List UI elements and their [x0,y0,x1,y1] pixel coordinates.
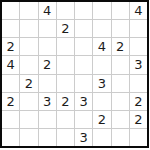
cell-r3c6[interactable]: 4 [93,38,110,55]
cell-r4c1[interactable]: 4 [2,56,19,73]
cell-r5c3[interactable] [39,75,56,92]
cell-r7c2[interactable] [20,111,37,128]
cell-r2c7[interactable] [112,20,129,37]
cell-r1c2[interactable] [20,2,37,19]
cell-r2c6[interactable] [93,20,110,37]
cell-r2c5[interactable] [75,20,92,37]
cell-r2c3[interactable] [39,20,56,37]
cell-r3c4[interactable] [57,38,74,55]
cell-r7c4[interactable] [57,111,74,128]
cell-r6c3[interactable]: 3 [39,93,56,110]
cell-r5c4[interactable] [57,75,74,92]
cell-r4c3[interactable]: 2 [39,56,56,73]
cell-r4c4[interactable] [57,56,74,73]
cell-r2c2[interactable] [20,20,37,37]
cell-r2c1[interactable] [2,20,19,37]
cell-r4c8[interactable]: 3 [130,56,147,73]
cell-r7c8[interactable]: 2 [130,111,147,128]
cell-r6c1[interactable]: 2 [2,93,19,110]
cell-r3c1[interactable]: 2 [2,38,19,55]
cell-r3c5[interactable] [75,38,92,55]
cell-r6c8[interactable]: 2 [130,93,147,110]
cell-r8c3[interactable] [39,129,56,146]
cell-r3c2[interactable] [20,38,37,55]
cell-r1c8[interactable]: 4 [130,2,147,19]
cell-r1c5[interactable] [75,2,92,19]
cell-r8c7[interactable] [112,129,129,146]
cell-r5c1[interactable] [2,75,19,92]
cell-r6c5[interactable]: 3 [75,93,92,110]
cell-r4c7[interactable] [112,56,129,73]
cell-r3c7[interactable]: 2 [112,38,129,55]
cell-r6c4[interactable]: 2 [57,93,74,110]
cell-r6c2[interactable] [20,93,37,110]
cell-r7c5[interactable] [75,111,92,128]
cell-r5c6[interactable]: 3 [93,75,110,92]
cell-r3c8[interactable] [130,38,147,55]
cell-r1c6[interactable] [93,2,110,19]
cell-r1c4[interactable] [57,2,74,19]
cell-r7c1[interactable] [2,111,19,128]
puzzle-board: 4422424232323232223 [0,0,149,148]
cell-r5c5[interactable] [75,75,92,92]
cell-r2c8[interactable] [130,20,147,37]
cell-r8c2[interactable] [20,129,37,146]
cell-r5c7[interactable] [112,75,129,92]
cell-r6c6[interactable] [93,93,110,110]
cell-r1c1[interactable] [2,2,19,19]
cell-r8c5[interactable]: 3 [75,129,92,146]
cell-r7c3[interactable] [39,111,56,128]
cell-r6c7[interactable] [112,93,129,110]
cell-r8c8[interactable] [130,129,147,146]
cell-r3c3[interactable] [39,38,56,55]
cell-r5c2[interactable]: 2 [20,75,37,92]
cell-r8c1[interactable] [2,129,19,146]
cell-r1c3[interactable]: 4 [39,2,56,19]
cell-r4c5[interactable] [75,56,92,73]
cell-r4c6[interactable] [93,56,110,73]
cell-r5c8[interactable] [130,75,147,92]
cell-r2c4[interactable]: 2 [57,20,74,37]
cell-r8c4[interactable] [57,129,74,146]
cell-r7c7[interactable] [112,111,129,128]
cell-r1c7[interactable] [112,2,129,19]
cell-r8c6[interactable] [93,129,110,146]
cell-r7c6[interactable]: 2 [93,111,110,128]
cell-r4c2[interactable] [20,56,37,73]
